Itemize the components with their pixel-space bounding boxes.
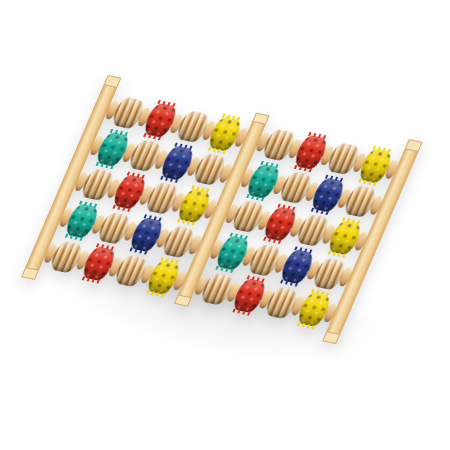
- product-photo: [0, 0, 450, 450]
